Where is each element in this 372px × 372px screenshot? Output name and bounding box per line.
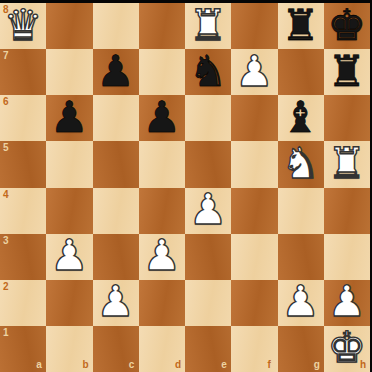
square-b8[interactable] xyxy=(46,3,92,49)
square-b6[interactable]: ♟ xyxy=(46,95,92,141)
square-f5[interactable] xyxy=(231,141,277,187)
square-f7[interactable]: ♟ xyxy=(231,49,277,95)
square-h6[interactable] xyxy=(324,95,370,141)
piece-black-pawn[interactable]: ♟ xyxy=(50,96,89,139)
square-e5[interactable] xyxy=(185,141,231,187)
piece-white-queen[interactable]: ♛ xyxy=(4,4,43,47)
square-f2[interactable] xyxy=(231,280,277,326)
square-h4[interactable] xyxy=(324,188,370,234)
piece-white-pawn[interactable]: ♟ xyxy=(328,280,367,323)
square-g2[interactable]: ♟ xyxy=(278,280,324,326)
square-c5[interactable] xyxy=(93,141,139,187)
square-c8[interactable] xyxy=(93,3,139,49)
square-g6[interactable]: ♝ xyxy=(278,95,324,141)
piece-white-pawn[interactable]: ♟ xyxy=(96,280,135,323)
rank-label-5: 5 xyxy=(3,143,9,153)
rank-label-2: 2 xyxy=(3,282,9,292)
square-b4[interactable] xyxy=(46,188,92,234)
square-b2[interactable] xyxy=(46,280,92,326)
rank-label-8: 8 xyxy=(3,5,9,15)
square-g5[interactable]: ♞ xyxy=(278,141,324,187)
piece-white-pawn[interactable]: ♟ xyxy=(235,50,274,93)
piece-black-pawn[interactable]: ♟ xyxy=(143,96,182,139)
square-d7[interactable] xyxy=(139,49,185,95)
rank-label-1: 1 xyxy=(3,328,9,338)
square-d4[interactable] xyxy=(139,188,185,234)
square-h7[interactable]: ♜ xyxy=(324,49,370,95)
piece-black-knight[interactable]: ♞ xyxy=(189,50,228,93)
rank-label-4: 4 xyxy=(3,190,9,200)
square-b5[interactable] xyxy=(46,141,92,187)
piece-white-pawn[interactable]: ♟ xyxy=(189,188,228,231)
square-c4[interactable] xyxy=(93,188,139,234)
piece-white-pawn[interactable]: ♟ xyxy=(143,234,182,277)
square-e6[interactable] xyxy=(185,95,231,141)
square-c6[interactable] xyxy=(93,95,139,141)
square-d2[interactable] xyxy=(139,280,185,326)
piece-white-rook[interactable]: ♜ xyxy=(189,4,228,47)
file-label-f: f xyxy=(268,360,271,370)
square-e4[interactable]: ♟ xyxy=(185,188,231,234)
square-d3[interactable]: ♟ xyxy=(139,234,185,280)
square-h3[interactable] xyxy=(324,234,370,280)
square-d5[interactable] xyxy=(139,141,185,187)
square-e3[interactable] xyxy=(185,234,231,280)
square-b3[interactable]: ♟ xyxy=(46,234,92,280)
chess-app-background: ♛♜♜♚♟♞♟♜♟♟♝♞♜♟♟♟♟♟♟♚87654321abcdefgh xyxy=(0,0,372,372)
square-f4[interactable] xyxy=(231,188,277,234)
square-e8[interactable]: ♜ xyxy=(185,3,231,49)
square-h2[interactable]: ♟ xyxy=(324,280,370,326)
piece-black-king[interactable]: ♚ xyxy=(328,4,367,47)
square-f8[interactable] xyxy=(231,3,277,49)
square-e2[interactable] xyxy=(185,280,231,326)
square-d8[interactable] xyxy=(139,3,185,49)
rank-label-3: 3 xyxy=(3,236,9,246)
piece-black-rook[interactable]: ♜ xyxy=(328,50,367,93)
rank-label-6: 6 xyxy=(3,97,9,107)
square-d6[interactable]: ♟ xyxy=(139,95,185,141)
square-g4[interactable] xyxy=(278,188,324,234)
chess-board: ♛♜♜♚♟♞♟♜♟♟♝♞♜♟♟♟♟♟♟♚87654321abcdefgh xyxy=(0,3,370,372)
square-b7[interactable] xyxy=(46,49,92,95)
piece-white-rook[interactable]: ♜ xyxy=(328,142,367,185)
square-c3[interactable] xyxy=(93,234,139,280)
square-g7[interactable] xyxy=(278,49,324,95)
file-label-e: e xyxy=(221,360,227,370)
square-h8[interactable]: ♚ xyxy=(324,3,370,49)
square-c2[interactable]: ♟ xyxy=(93,280,139,326)
square-h5[interactable]: ♜ xyxy=(324,141,370,187)
file-label-c: c xyxy=(129,360,135,370)
file-label-g: g xyxy=(314,360,320,370)
file-label-d: d xyxy=(175,360,181,370)
file-label-b: b xyxy=(83,360,89,370)
piece-white-knight[interactable]: ♞ xyxy=(281,142,320,185)
square-e7[interactable]: ♞ xyxy=(185,49,231,95)
square-g8[interactable]: ♜ xyxy=(278,3,324,49)
piece-white-pawn[interactable]: ♟ xyxy=(281,280,320,323)
square-c7[interactable]: ♟ xyxy=(93,49,139,95)
square-g3[interactable] xyxy=(278,234,324,280)
file-label-a: a xyxy=(36,360,42,370)
piece-black-bishop[interactable]: ♝ xyxy=(281,96,320,139)
piece-white-pawn[interactable]: ♟ xyxy=(50,234,89,277)
square-f3[interactable] xyxy=(231,234,277,280)
file-label-h: h xyxy=(360,360,366,370)
rank-label-7: 7 xyxy=(3,51,9,61)
square-f6[interactable] xyxy=(231,95,277,141)
piece-black-pawn[interactable]: ♟ xyxy=(96,50,135,93)
piece-black-rook[interactable]: ♜ xyxy=(281,4,320,47)
